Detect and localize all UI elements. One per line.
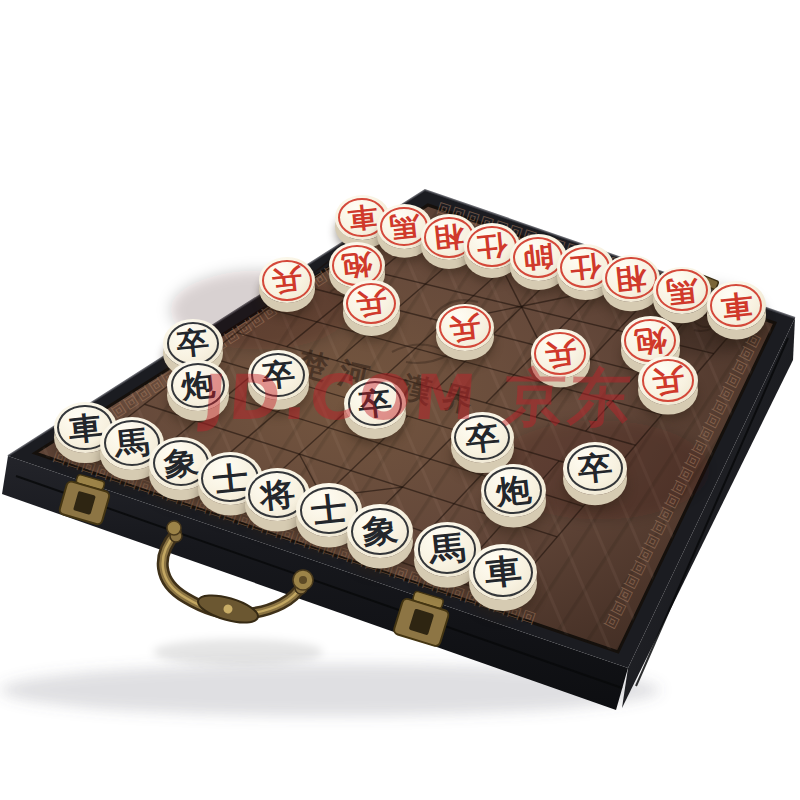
jd-watermark: JD.COM 京东 — [200, 356, 636, 440]
product-photo-scene: 回回回回回回回回回回回回回回回回回回回回回回回回回回回回回回回回回回 回回回回回… — [0, 0, 800, 800]
